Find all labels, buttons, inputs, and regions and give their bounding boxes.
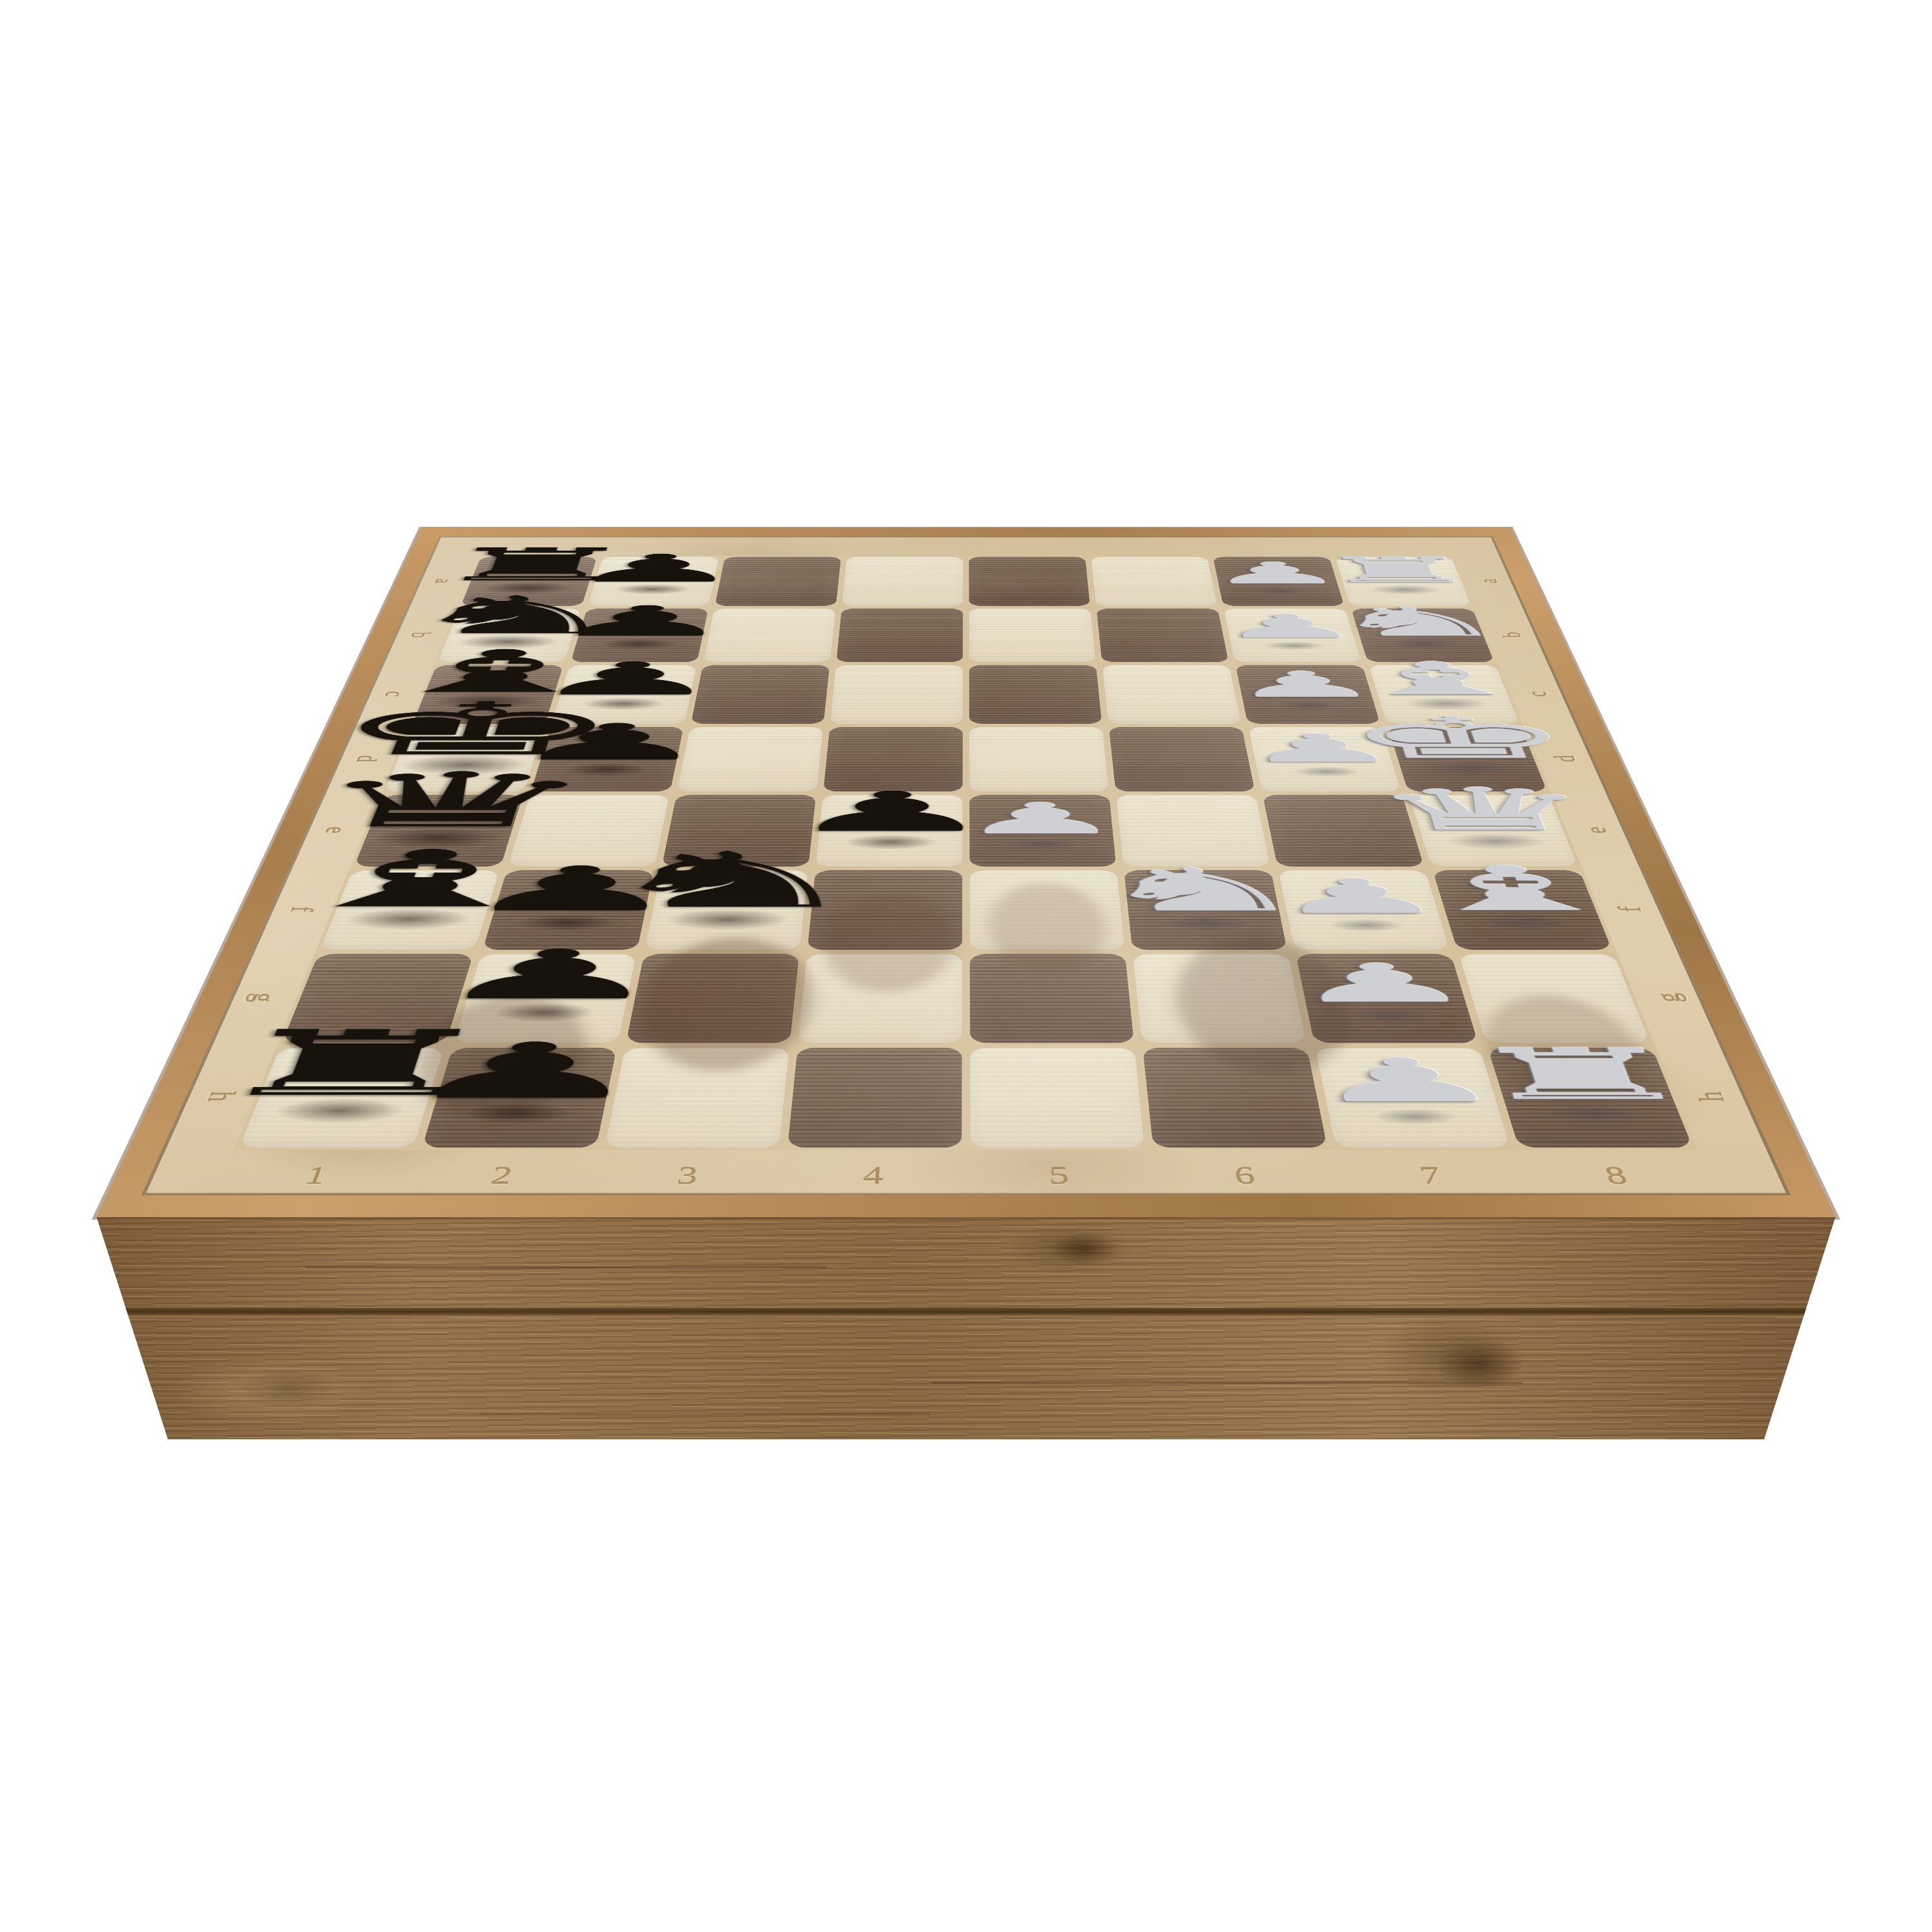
black-pawn-glyph: ♟	[453, 858, 693, 920]
coordinate-rank-5: 5	[1048, 1163, 1070, 1188]
square-tile-d6	[1109, 727, 1255, 791]
silver-pawn-glyph: ♟	[1283, 956, 1481, 1010]
square-c6[interactable]	[1099, 663, 1245, 725]
silver-queen-glyph: ♛	[1361, 780, 1612, 839]
piece-shadow	[1312, 916, 1420, 934]
square-b4[interactable]	[833, 607, 966, 664]
piece-silver-pawn-g7[interactable]: ♟	[1291, 952, 1482, 1045]
piece-silver-pawn-f7[interactable]: ♟	[1274, 868, 1454, 952]
silver-pawn-glyph: ♟	[1204, 558, 1349, 588]
piece-shadow	[1251, 639, 1338, 652]
silver-pawn-glyph: ♟	[1302, 1050, 1513, 1110]
square-g6[interactable]	[1129, 952, 1311, 1045]
piece-shadow	[1355, 1105, 1477, 1128]
square-tile-a4	[842, 557, 963, 606]
black-pawn-glyph: ♟	[390, 1033, 661, 1110]
square-tile-a5	[969, 557, 1090, 606]
square-a6[interactable]	[1088, 556, 1220, 607]
square-tile-c4	[830, 665, 963, 724]
square-tile-c5	[969, 665, 1102, 724]
square-a5[interactable]	[966, 556, 1094, 607]
piece-shadow	[993, 837, 1092, 853]
square-tile-b5	[969, 609, 1096, 662]
square-tile-g6	[1133, 954, 1306, 1043]
square-tile-h5	[970, 1048, 1144, 1148]
square-b5[interactable]	[966, 607, 1099, 664]
square-c4[interactable]	[827, 663, 966, 725]
square-tile-a6	[1091, 557, 1217, 606]
black-pawn-glyph: ♟	[563, 549, 750, 587]
square-g5[interactable]	[966, 952, 1139, 1045]
chess-board: 12345678aabbccddeeffgghh ♜♟♟♜♞♟♟♞♝♟♟♝♚♟♟…	[97, 527, 1835, 1217]
square-tile-g5	[970, 954, 1134, 1043]
silver-pawn-glyph: ♟	[1266, 873, 1453, 920]
scene: 12345678aabbccddeeffgghh ♜♟♟♜♞♟♟♞♝♟♟♝♚♟♟…	[0, 0, 1932, 1932]
piece-silver-knight-f6[interactable]: ♞	[1120, 868, 1291, 952]
black-queen-glyph: ♛	[286, 762, 609, 838]
square-d6[interactable]	[1105, 725, 1258, 793]
piece-silver-pawn-h7[interactable]: ♟	[1311, 1045, 1515, 1150]
square-h6[interactable]	[1139, 1045, 1332, 1150]
square-tile-c6	[1103, 665, 1242, 724]
piece-silver-rook-h8[interactable]: ♜	[1483, 1045, 1699, 1150]
coordinate-file-g-left: g	[245, 992, 282, 1001]
square-tile-b6	[1096, 609, 1228, 662]
square-a4[interactable]	[838, 556, 966, 607]
silver-pawn-glyph: ♟	[1225, 667, 1385, 702]
piece-shadow	[1238, 585, 1322, 596]
piece-silver-bishop-f8[interactable]: ♝	[1428, 868, 1617, 952]
square-tile-g8	[1459, 954, 1650, 1043]
square-h4[interactable]	[783, 1045, 966, 1150]
square-c5[interactable]	[966, 663, 1105, 725]
coordinate-rank-3: 3	[676, 1163, 699, 1188]
square-tile-g4	[798, 954, 962, 1043]
coordinate-rank-4: 4	[862, 1163, 884, 1188]
square-h5[interactable]	[966, 1045, 1149, 1150]
silver-pawn-glyph: ♟	[958, 797, 1126, 840]
board-scene: 12345678aabbccddeeffgghh ♜♟♟♜♞♟♟♞♝♟♟♝♚♟♟…	[0, 0, 1932, 1932]
silver-pawn-glyph: ♟	[1238, 729, 1405, 768]
silver-pawn-glyph: ♟	[1214, 610, 1366, 642]
square-b6[interactable]	[1094, 607, 1233, 664]
square-tile-h4	[788, 1048, 962, 1148]
piece-shadow	[1332, 1005, 1446, 1025]
square-tile-b4	[837, 609, 963, 662]
coordinate-file-g-right: g	[1650, 992, 1687, 1001]
black-pawn-glyph: ♟	[423, 941, 678, 1009]
square-g4[interactable]	[793, 952, 966, 1045]
piece-black-pawn-h2[interactable]: ♟	[417, 1045, 621, 1150]
coordinate-rank-6: 6	[1233, 1163, 1256, 1188]
square-tile-h6	[1142, 1048, 1327, 1148]
black-pawn-glyph: ♟	[545, 600, 741, 641]
